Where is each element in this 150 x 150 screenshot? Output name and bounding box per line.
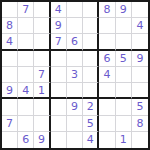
cell-r6c7[interactable]	[99, 83, 115, 99]
cell-r2c8[interactable]	[116, 18, 132, 34]
cell-r4c6[interactable]	[83, 51, 99, 67]
cell-r3c8[interactable]	[116, 34, 132, 50]
given-digit-r9c6[interactable]: 4	[83, 132, 99, 148]
given-digit-r2c9[interactable]: 4	[132, 18, 148, 34]
cell-r8c4[interactable]	[51, 116, 67, 132]
cell-r7c3[interactable]	[34, 99, 50, 115]
given-digit-r4c8[interactable]: 5	[116, 51, 132, 67]
cell-r5c9[interactable]	[132, 67, 148, 83]
cell-r1c3[interactable]	[34, 2, 50, 18]
given-digit-r1c7[interactable]: 8	[99, 2, 115, 18]
given-digit-r9c8[interactable]: 1	[116, 132, 132, 148]
cell-r8c5[interactable]	[67, 116, 83, 132]
cell-r7c1[interactable]	[2, 99, 18, 115]
cell-r4c4[interactable]	[51, 51, 67, 67]
given-digit-r1c2[interactable]: 7	[18, 2, 34, 18]
cell-r1c9[interactable]	[132, 2, 148, 18]
cell-r9c5[interactable]	[67, 132, 83, 148]
cell-r2c5[interactable]	[67, 18, 83, 34]
given-digit-r7c5[interactable]: 9	[67, 99, 83, 115]
cell-r5c4[interactable]	[51, 67, 67, 83]
given-digit-r8c9[interactable]: 8	[132, 116, 148, 132]
given-digit-r2c4[interactable]: 9	[51, 18, 67, 34]
cell-r7c2[interactable]	[18, 99, 34, 115]
given-digit-r8c1[interactable]: 7	[2, 116, 18, 132]
cell-r1c5[interactable]	[67, 2, 83, 18]
cell-r2c3[interactable]	[34, 18, 50, 34]
given-digit-r6c3[interactable]: 1	[34, 83, 50, 99]
cell-r7c8[interactable]	[116, 99, 132, 115]
cell-r8c8[interactable]	[116, 116, 132, 132]
cell-r3c7[interactable]	[99, 34, 115, 50]
sudoku-board: 74898944766597349419257586941	[0, 0, 150, 150]
cell-r9c7[interactable]	[99, 132, 115, 148]
given-digit-r3c1[interactable]: 4	[2, 34, 18, 50]
cell-r5c2[interactable]	[18, 67, 34, 83]
cell-r6c8[interactable]	[116, 83, 132, 99]
given-digit-r8c6[interactable]: 5	[83, 116, 99, 132]
cell-r1c6[interactable]	[83, 2, 99, 18]
given-digit-r7c6[interactable]: 2	[83, 99, 99, 115]
given-digit-r6c2[interactable]: 4	[18, 83, 34, 99]
cell-r2c6[interactable]	[83, 18, 99, 34]
cell-r4c3[interactable]	[34, 51, 50, 67]
cell-r6c6[interactable]	[83, 83, 99, 99]
given-digit-r5c3[interactable]: 7	[34, 67, 50, 83]
cell-r3c3[interactable]	[34, 34, 50, 50]
cell-r8c3[interactable]	[34, 116, 50, 132]
cell-r9c4[interactable]	[51, 132, 67, 148]
cell-r4c5[interactable]	[67, 51, 83, 67]
cell-r6c4[interactable]	[51, 83, 67, 99]
given-digit-r9c3[interactable]: 9	[34, 132, 50, 148]
given-digit-r1c8[interactable]: 9	[116, 2, 132, 18]
cell-r3c6[interactable]	[83, 34, 99, 50]
given-digit-r2c1[interactable]: 8	[2, 18, 18, 34]
cell-r6c9[interactable]	[132, 83, 148, 99]
cell-r3c2[interactable]	[18, 34, 34, 50]
given-digit-r5c7[interactable]: 4	[99, 67, 115, 83]
cell-r3c9[interactable]	[132, 34, 148, 50]
given-digit-r9c2[interactable]: 6	[18, 132, 34, 148]
cell-r4c1[interactable]	[2, 51, 18, 67]
cell-r6c5[interactable]	[67, 83, 83, 99]
cell-r9c1[interactable]	[2, 132, 18, 148]
cell-r5c6[interactable]	[83, 67, 99, 83]
given-digit-r3c5[interactable]: 6	[67, 34, 83, 50]
cell-r4c2[interactable]	[18, 51, 34, 67]
given-digit-r5c5[interactable]: 3	[67, 67, 83, 83]
cell-r5c1[interactable]	[2, 67, 18, 83]
cell-r2c2[interactable]	[18, 18, 34, 34]
given-digit-r1c4[interactable]: 4	[51, 2, 67, 18]
cell-r8c7[interactable]	[99, 116, 115, 132]
given-digit-r4c9[interactable]: 9	[132, 51, 148, 67]
given-digit-r6c1[interactable]: 9	[2, 83, 18, 99]
given-digit-r7c9[interactable]: 5	[132, 99, 148, 115]
cell-r2c7[interactable]	[99, 18, 115, 34]
cell-r5c8[interactable]	[116, 67, 132, 83]
cell-r9c9[interactable]	[132, 132, 148, 148]
cell-r8c2[interactable]	[18, 116, 34, 132]
cell-r7c4[interactable]	[51, 99, 67, 115]
cell-r7c7[interactable]	[99, 99, 115, 115]
given-digit-r4c7[interactable]: 6	[99, 51, 115, 67]
given-digit-r3c4[interactable]: 7	[51, 34, 67, 50]
cell-r1c1[interactable]	[2, 2, 18, 18]
